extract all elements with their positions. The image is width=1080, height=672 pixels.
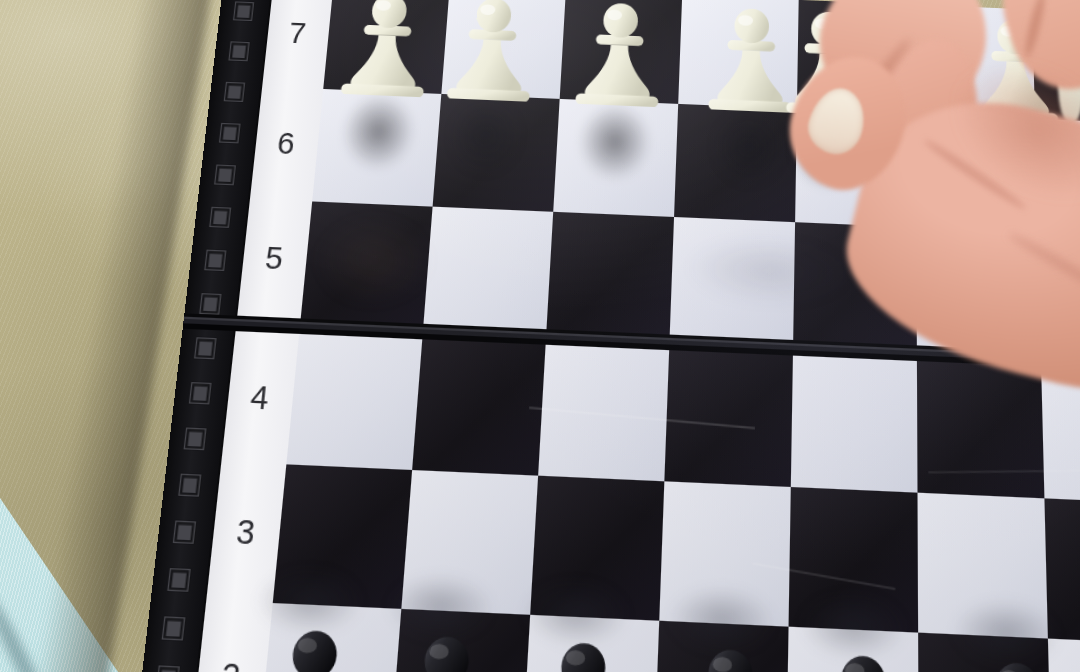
- square-c4: [538, 345, 669, 482]
- square-f6: [916, 114, 1038, 233]
- square-f2: [918, 633, 1052, 672]
- square-d6: [674, 104, 797, 222]
- rank-label-5: 5: [263, 239, 284, 277]
- rank-label-7: 7: [287, 16, 307, 51]
- square-c2: [522, 615, 660, 672]
- square-a3: [273, 464, 412, 609]
- square-e4: [791, 356, 918, 493]
- square-d5: [670, 217, 795, 340]
- white-pawn-g7-sliver: [1058, 36, 1080, 124]
- square-a2: [258, 603, 401, 672]
- square-b4: [412, 339, 545, 475]
- black-pawn-e2: [800, 651, 926, 672]
- square-b5: [423, 207, 553, 330]
- square-f7: [915, 5, 1035, 119]
- rank-label-4: 4: [249, 377, 271, 416]
- rank-label-6: 6: [275, 125, 296, 161]
- square-c7: [560, 0, 683, 104]
- square-b6: [433, 94, 560, 212]
- square-e6: [795, 109, 916, 227]
- square-d2: [654, 621, 789, 672]
- square-a7: [323, 0, 450, 94]
- square-f4: [917, 361, 1044, 498]
- rank-label-3: 3: [234, 511, 256, 552]
- square-e3: [789, 487, 919, 633]
- white-pawn-c7: [568, 0, 670, 107]
- square-f3: [917, 493, 1047, 639]
- photo-scene: ▣▣▣▣▣▣▣▣▣▣▣▣▣▣▣▣▣▣▣▣▣▣▣▣ 765432: [0, 0, 1080, 672]
- square-g6: [1035, 119, 1080, 238]
- square-a6: [312, 89, 441, 207]
- square-b7: [441, 0, 566, 99]
- square-e7: [797, 0, 916, 114]
- square-a5: [301, 201, 433, 323]
- square-d3: [659, 481, 791, 626]
- white-pawn-f7: [966, 16, 1066, 124]
- white-pawn-a7: [333, 0, 439, 98]
- black-pawn-c2: [515, 639, 646, 672]
- square-c6: [553, 99, 678, 217]
- rank-label-cell-7: 7: [260, 0, 334, 89]
- square-c3: [530, 476, 664, 621]
- square-g4: [1041, 366, 1080, 504]
- square-c5: [546, 212, 674, 335]
- square-g5: [1038, 233, 1080, 357]
- square-b3: [401, 470, 538, 615]
- board-squares: 765432: [133, 0, 1080, 672]
- black-pawn-b2: [376, 632, 510, 672]
- black-pawn-a2: [241, 626, 378, 672]
- white-pawn-b7: [439, 0, 543, 102]
- chess-board: ▣▣▣▣▣▣▣▣▣▣▣▣▣▣▣▣▣▣▣▣▣▣▣▣ 765432: [120, 0, 1080, 672]
- square-g3: [1044, 498, 1080, 644]
- square-d4: [664, 350, 793, 487]
- square-f5: [916, 227, 1040, 350]
- rank-label-2: 2: [219, 654, 242, 672]
- square-e5: [793, 222, 917, 345]
- black-pawn-d2: [664, 645, 792, 672]
- rank-label-cell-4: 4: [219, 331, 299, 464]
- rank-label-cell-6: 6: [248, 86, 323, 201]
- square-a4: [286, 334, 422, 470]
- rank-label-cell-5: 5: [235, 199, 312, 319]
- square-e2: [786, 627, 919, 672]
- square-b2: [390, 609, 531, 672]
- white-pawn-e7: [778, 9, 877, 117]
